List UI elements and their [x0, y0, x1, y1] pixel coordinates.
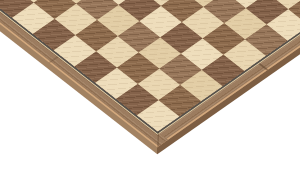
frame-miter-seam	[157, 131, 158, 147]
chessboard	[0, 0, 300, 147]
product-photo-stage	[0, 0, 300, 169]
